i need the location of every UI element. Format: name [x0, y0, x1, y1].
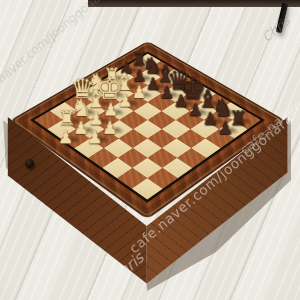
white-pawn: ♟ — [102, 120, 118, 137]
white-pawn: ♟ — [87, 129, 103, 147]
white-pawn: ♟ — [58, 129, 74, 147]
furniture-edge — [88, 0, 300, 7]
black-pawn: ♟ — [188, 102, 203, 119]
white-pawn: ♟ — [132, 84, 147, 101]
black-pawn: ♟ — [173, 93, 188, 110]
square-h8: ♜ — [232, 111, 260, 129]
board-scene: ♜♞♝♛♚♝♞♜♟♟♟♟♟♟♟♟♜♝♟♞♚♟♛♝♟♞♟♟♜♟♟♟ — [0, 0, 300, 300]
board-inner-border: ♜♞♝♛♚♝♞♜♟♟♟♟♟♟♟♟♜♝♟♞♚♟♛♝♟♞♟♟♜♟♟♟ — [30, 51, 265, 202]
black-pawn: ♟ — [202, 110, 217, 127]
board-tilt-plane: ♜♞♝♛♚♝♞♜♟♟♟♟♟♟♟♟♜♝♟♞♚♟♛♝♟♞♟♟♜♟♟♟ — [10, 41, 286, 220]
black-pawn: ♟ — [146, 76, 161, 92]
white-pawn: ♟ — [118, 93, 133, 110]
black-pawn: ♟ — [159, 84, 174, 101]
black-pawn: ♟ — [217, 120, 233, 137]
square-h5 — [191, 139, 220, 158]
chess-board: ♜♞♝♛♚♝♞♜♟♟♟♟♟♟♟♟♜♝♟♞♚♟♛♝♟♞♟♟♜♟♟♟ — [34, 54, 260, 200]
chess-set-photo: ♜♞♝♛♚♝♞♜♟♟♟♟♟♟♟♟♜♝♟♞♚♟♛♝♟♞♟♟♜♟♟♟ cafe.na… — [0, 0, 300, 300]
board-frame: ♜♞♝♛♚♝♞♜♟♟♟♟♟♟♟♟♜♝♟♞♚♟♛♝♟♞♟♟♜♟♟♟ — [10, 41, 286, 220]
white-pawn: ♟ — [103, 102, 118, 119]
